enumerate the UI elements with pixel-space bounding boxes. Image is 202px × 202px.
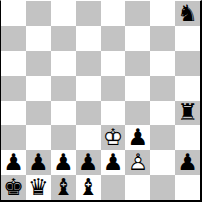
square-d2[interactable]: ♟ xyxy=(76,150,101,175)
square-c5[interactable] xyxy=(51,76,76,101)
square-a6[interactable] xyxy=(1,51,26,76)
square-e6[interactable] xyxy=(101,51,126,76)
bishop-icon: ♝ xyxy=(53,176,74,199)
pawn-icon: ♟ xyxy=(3,151,24,174)
square-f6[interactable] xyxy=(125,51,150,76)
bishop-icon: ♝ xyxy=(78,176,99,199)
black-knight-h8[interactable]: ♞ xyxy=(177,2,198,25)
square-f2[interactable]: ♟♙ xyxy=(125,150,150,175)
white-king-e3[interactable]: ♚♔ xyxy=(103,126,124,149)
square-g4[interactable] xyxy=(150,101,175,126)
square-a2[interactable]: ♟ xyxy=(1,150,26,175)
square-d6[interactable] xyxy=(76,51,101,76)
pawn-icon: ♟ xyxy=(128,126,149,149)
square-f3[interactable]: ♟ xyxy=(125,125,150,150)
square-b7[interactable] xyxy=(26,26,51,51)
square-b5[interactable] xyxy=(26,76,51,101)
square-c1[interactable]: ♝ xyxy=(51,175,76,200)
square-c8[interactable] xyxy=(51,1,76,26)
square-b8[interactable] xyxy=(26,1,51,26)
black-king-a1[interactable]: ♚ xyxy=(3,176,24,199)
square-b1[interactable]: ♛ xyxy=(26,175,51,200)
square-b4[interactable] xyxy=(26,101,51,126)
square-d3[interactable] xyxy=(76,125,101,150)
rook-icon: ♜ xyxy=(177,101,198,124)
square-a8[interactable] xyxy=(1,1,26,26)
square-e7[interactable] xyxy=(101,26,126,51)
black-pawn-f3[interactable]: ♟ xyxy=(128,126,149,149)
square-c6[interactable] xyxy=(51,51,76,76)
square-f8[interactable] xyxy=(125,1,150,26)
pawn-icon: ♟ xyxy=(177,151,198,174)
square-e2[interactable]: ♟ xyxy=(101,150,126,175)
square-c3[interactable] xyxy=(51,125,76,150)
pawn-icon: ♟ xyxy=(53,151,74,174)
square-e4[interactable] xyxy=(101,101,126,126)
square-g6[interactable] xyxy=(150,51,175,76)
square-f4[interactable] xyxy=(125,101,150,126)
pawn-icon: ♟ xyxy=(78,151,99,174)
square-h1[interactable] xyxy=(175,175,200,200)
chess-board: ♞♜♚♔♟♟♟♟♟♟♟♙♟♚♛♝♝ xyxy=(1,1,200,200)
king-icon: ♚ xyxy=(3,176,24,199)
square-h5[interactable] xyxy=(175,76,200,101)
square-e1[interactable] xyxy=(101,175,126,200)
square-g2[interactable] xyxy=(150,150,175,175)
square-c4[interactable] xyxy=(51,101,76,126)
square-a7[interactable] xyxy=(1,26,26,51)
square-a5[interactable] xyxy=(1,76,26,101)
square-g7[interactable] xyxy=(150,26,175,51)
square-d1[interactable]: ♝ xyxy=(76,175,101,200)
black-pawn-e2[interactable]: ♟ xyxy=(103,151,124,174)
square-a1[interactable]: ♚ xyxy=(1,175,26,200)
square-c2[interactable]: ♟ xyxy=(51,150,76,175)
square-g3[interactable] xyxy=(150,125,175,150)
square-g5[interactable] xyxy=(150,76,175,101)
square-d8[interactable] xyxy=(76,1,101,26)
square-h7[interactable] xyxy=(175,26,200,51)
black-pawn-d2[interactable]: ♟ xyxy=(78,151,99,174)
square-f1[interactable] xyxy=(125,175,150,200)
black-pawn-a2[interactable]: ♟ xyxy=(3,151,24,174)
square-b6[interactable] xyxy=(26,51,51,76)
black-bishop-d1[interactable]: ♝ xyxy=(78,176,99,199)
pawn-icon: ♟ xyxy=(28,151,49,174)
black-queen-b1[interactable]: ♛ xyxy=(28,176,49,199)
square-f7[interactable] xyxy=(125,26,150,51)
square-e5[interactable] xyxy=(101,76,126,101)
black-rook-h4[interactable]: ♜ xyxy=(177,101,198,124)
square-a3[interactable] xyxy=(1,125,26,150)
square-h8[interactable]: ♞ xyxy=(175,1,200,26)
square-f5[interactable] xyxy=(125,76,150,101)
chess-board-frame: ♞♜♚♔♟♟♟♟♟♟♟♙♟♚♛♝♝ xyxy=(0,0,202,202)
square-d7[interactable] xyxy=(76,26,101,51)
pawn-icon: ♟ xyxy=(103,151,124,174)
black-bishop-c1[interactable]: ♝ xyxy=(53,176,74,199)
black-pawn-b2[interactable]: ♟ xyxy=(28,151,49,174)
square-g1[interactable] xyxy=(150,175,175,200)
black-pawn-h2[interactable]: ♟ xyxy=(177,151,198,174)
black-pawn-c2[interactable]: ♟ xyxy=(53,151,74,174)
pawn-outline-icon: ♙ xyxy=(128,151,149,174)
square-h2[interactable]: ♟ xyxy=(175,150,200,175)
square-d4[interactable] xyxy=(76,101,101,126)
square-b3[interactable] xyxy=(26,125,51,150)
square-h4[interactable]: ♜ xyxy=(175,101,200,126)
square-b2[interactable]: ♟ xyxy=(26,150,51,175)
square-e3[interactable]: ♚♔ xyxy=(101,125,126,150)
square-e8[interactable] xyxy=(101,1,126,26)
square-a4[interactable] xyxy=(1,101,26,126)
queen-icon: ♛ xyxy=(28,176,49,199)
king-outline-icon: ♔ xyxy=(103,126,124,149)
square-d5[interactable] xyxy=(76,76,101,101)
square-h6[interactable] xyxy=(175,51,200,76)
square-g8[interactable] xyxy=(150,1,175,26)
square-c7[interactable] xyxy=(51,26,76,51)
white-pawn-f2[interactable]: ♟♙ xyxy=(128,151,149,174)
square-h3[interactable] xyxy=(175,125,200,150)
knight-icon: ♞ xyxy=(177,2,198,25)
